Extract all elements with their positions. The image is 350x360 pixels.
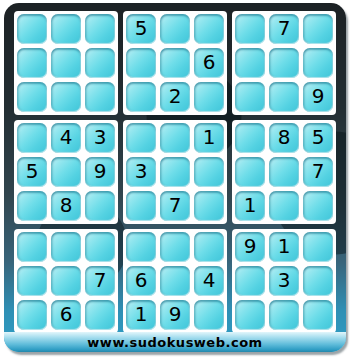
cell-r9c1[interactable] — [17, 300, 47, 330]
given-digit: 8 — [278, 127, 291, 147]
given-digit: 8 — [60, 195, 73, 215]
cell-r4c6[interactable]: 1 — [194, 123, 224, 153]
footer-band: www.sudokusweb.com — [4, 332, 346, 352]
cell-r8c9[interactable] — [303, 266, 333, 296]
cell-r1c7[interactable] — [235, 14, 265, 44]
cell-r4c8[interactable]: 8 — [269, 123, 299, 153]
cell-r3c3[interactable] — [85, 82, 115, 112]
given-digit: 7 — [312, 161, 325, 181]
cell-r7c8[interactable]: 1 — [269, 232, 299, 262]
cell-r5c4[interactable]: 3 — [126, 157, 156, 187]
cell-r4c9[interactable]: 5 — [303, 123, 333, 153]
cell-r6c1[interactable] — [17, 191, 47, 221]
cell-r6c9[interactable] — [303, 191, 333, 221]
given-digit: 7 — [94, 270, 107, 290]
cell-r7c7[interactable]: 9 — [235, 232, 265, 262]
cell-r4c5[interactable] — [160, 123, 190, 153]
board-frame: 56279435981378571766419913 www.sudokuswe… — [4, 3, 346, 352]
cell-r8c2[interactable] — [51, 266, 81, 296]
cell-r6c8[interactable] — [269, 191, 299, 221]
box-6: 8571 — [232, 120, 336, 224]
cell-r6c5[interactable]: 7 — [160, 191, 190, 221]
cell-r9c7[interactable] — [235, 300, 265, 330]
cell-r9c3[interactable] — [85, 300, 115, 330]
cell-r8c8[interactable]: 3 — [269, 266, 299, 296]
given-digit: 2 — [169, 86, 182, 106]
given-digit: 1 — [135, 304, 148, 324]
cell-r6c7[interactable]: 1 — [235, 191, 265, 221]
cell-r7c3[interactable] — [85, 232, 115, 262]
cell-r5c7[interactable] — [235, 157, 265, 187]
given-digit: 9 — [94, 161, 107, 181]
cell-r2c1[interactable] — [17, 48, 47, 78]
sudoku-page: 56279435981378571766419913 www.sudokuswe… — [0, 0, 350, 360]
cell-r1c5[interactable] — [160, 14, 190, 44]
given-digit: 4 — [60, 127, 73, 147]
cell-r3c6[interactable] — [194, 82, 224, 112]
cell-r3c9[interactable]: 9 — [303, 82, 333, 112]
cell-r5c5[interactable] — [160, 157, 190, 187]
cell-r8c5[interactable] — [160, 266, 190, 296]
given-digit: 7 — [169, 195, 182, 215]
cell-r6c3[interactable] — [85, 191, 115, 221]
cell-r9c9[interactable] — [303, 300, 333, 330]
cell-r7c5[interactable] — [160, 232, 190, 262]
given-digit: 4 — [203, 270, 216, 290]
cell-r3c4[interactable] — [126, 82, 156, 112]
cell-r4c1[interactable] — [17, 123, 47, 153]
cell-r2c2[interactable] — [51, 48, 81, 78]
given-digit: 5 — [26, 161, 39, 181]
cell-r2c4[interactable] — [126, 48, 156, 78]
cell-r8c7[interactable] — [235, 266, 265, 296]
cell-r7c4[interactable] — [126, 232, 156, 262]
board: 56279435981378571766419913 — [14, 11, 336, 333]
box-9: 913 — [232, 229, 336, 333]
cell-r7c9[interactable] — [303, 232, 333, 262]
given-digit: 5 — [135, 18, 148, 38]
box-7: 76 — [14, 229, 118, 333]
cell-r1c3[interactable] — [85, 14, 115, 44]
cell-r1c6[interactable] — [194, 14, 224, 44]
box-3: 79 — [232, 11, 336, 115]
cell-r4c4[interactable] — [126, 123, 156, 153]
cell-r9c8[interactable] — [269, 300, 299, 330]
cell-r4c2[interactable]: 4 — [51, 123, 81, 153]
cell-r1c4[interactable]: 5 — [126, 14, 156, 44]
given-digit: 1 — [278, 236, 291, 256]
cell-r7c1[interactable] — [17, 232, 47, 262]
cell-r3c5[interactable]: 2 — [160, 82, 190, 112]
cell-r7c6[interactable] — [194, 232, 224, 262]
cell-r5c3[interactable]: 9 — [85, 157, 115, 187]
cell-r4c7[interactable] — [235, 123, 265, 153]
cell-r1c8[interactable]: 7 — [269, 14, 299, 44]
cell-r2c6[interactable]: 6 — [194, 48, 224, 78]
cell-r4c3[interactable]: 3 — [85, 123, 115, 153]
cell-r8c4[interactable]: 6 — [126, 266, 156, 296]
cell-r5c1[interactable]: 5 — [17, 157, 47, 187]
cell-r9c4[interactable]: 1 — [126, 300, 156, 330]
box-5: 137 — [123, 120, 227, 224]
given-digit: 9 — [312, 86, 325, 106]
cell-r1c2[interactable] — [51, 14, 81, 44]
cell-r8c3[interactable]: 7 — [85, 266, 115, 296]
cell-r9c5[interactable]: 9 — [160, 300, 190, 330]
given-digit: 6 — [203, 52, 216, 72]
cell-r2c7[interactable] — [235, 48, 265, 78]
box-4: 43598 — [14, 120, 118, 224]
given-digit: 1 — [203, 127, 216, 147]
cell-r8c1[interactable] — [17, 266, 47, 296]
cell-r2c5[interactable] — [160, 48, 190, 78]
cell-r2c8[interactable] — [269, 48, 299, 78]
given-digit: 6 — [60, 304, 73, 324]
cell-r8c6[interactable]: 4 — [194, 266, 224, 296]
given-digit: 3 — [278, 270, 291, 290]
given-digit: 9 — [169, 304, 182, 324]
cell-r5c9[interactable]: 7 — [303, 157, 333, 187]
box-1 — [14, 11, 118, 115]
given-digit: 3 — [135, 161, 148, 181]
cell-r5c6[interactable] — [194, 157, 224, 187]
cell-r1c9[interactable] — [303, 14, 333, 44]
box-8: 6419 — [123, 229, 227, 333]
given-digit: 7 — [278, 18, 291, 38]
given-digit: 5 — [312, 127, 325, 147]
given-digit: 9 — [244, 236, 257, 256]
given-digit: 1 — [244, 195, 257, 215]
cell-r2c3[interactable] — [85, 48, 115, 78]
cell-r9c6[interactable] — [194, 300, 224, 330]
cell-r9c2[interactable]: 6 — [51, 300, 81, 330]
footer-url: www.sudokusweb.com — [87, 335, 262, 350]
cell-r6c6[interactable] — [194, 191, 224, 221]
cell-r5c8[interactable] — [269, 157, 299, 187]
cell-r3c8[interactable] — [269, 82, 299, 112]
cell-r2c9[interactable] — [303, 48, 333, 78]
cell-r7c2[interactable] — [51, 232, 81, 262]
cell-r6c4[interactable] — [126, 191, 156, 221]
cell-r5c2[interactable] — [51, 157, 81, 187]
cell-r1c1[interactable] — [17, 14, 47, 44]
cell-r3c7[interactable] — [235, 82, 265, 112]
cell-r3c2[interactable] — [51, 82, 81, 112]
cell-r6c2[interactable]: 8 — [51, 191, 81, 221]
given-digit: 3 — [94, 127, 107, 147]
cell-r3c1[interactable] — [17, 82, 47, 112]
given-digit: 6 — [135, 270, 148, 290]
box-2: 562 — [123, 11, 227, 115]
